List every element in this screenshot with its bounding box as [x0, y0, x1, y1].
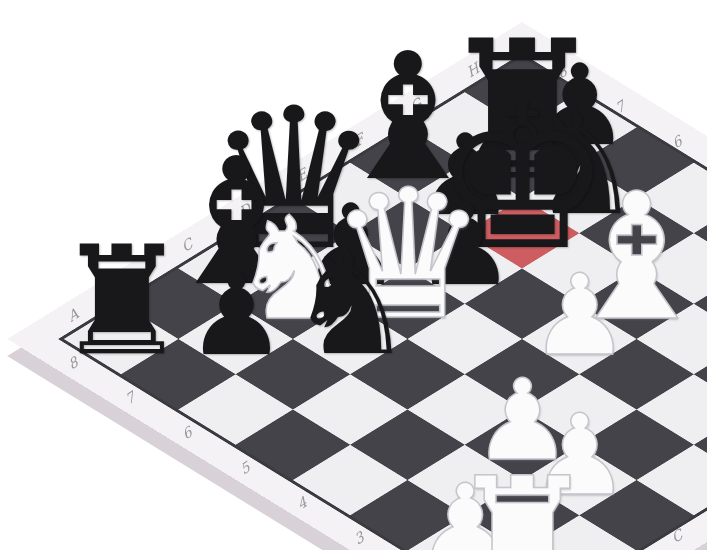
chess-scene: ABCDEFGH8765432187654321ABCDEFGH ♜♝♛♝♟♟♟… — [0, 0, 707, 550]
black-rook-a8[interactable]: ♜ — [55, 226, 189, 376]
black-knight-c6[interactable]: ♞ — [287, 233, 414, 375]
white-rook-a1[interactable]: ♜ — [447, 455, 599, 550]
black-pawn-b7[interactable]: ♟ — [186, 259, 286, 371]
